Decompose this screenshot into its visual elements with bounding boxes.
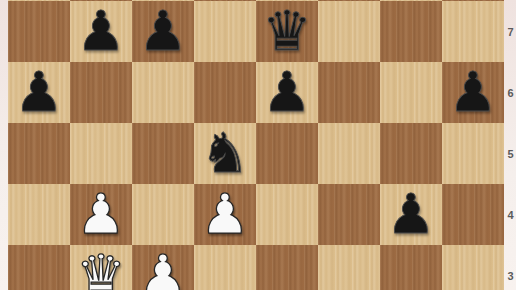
rank-label-3: 3	[505, 270, 516, 282]
square-c3[interactable]: ♟	[132, 245, 194, 290]
rank-label-7: 7	[505, 26, 516, 38]
square-d7[interactable]	[194, 1, 256, 62]
square-e5[interactable]	[256, 123, 318, 184]
black-pawn[interactable]: ♟	[380, 184, 442, 245]
square-b6[interactable]	[70, 62, 132, 123]
black-pawn[interactable]: ♟	[70, 1, 132, 62]
chess-board: ♟♟♛♟♟♟♞♟♟♟♛♟	[8, 0, 504, 290]
square-f5[interactable]	[318, 123, 380, 184]
square-b4[interactable]: ♟	[70, 184, 132, 245]
square-g4[interactable]: ♟	[380, 184, 442, 245]
square-d6[interactable]	[194, 62, 256, 123]
square-e4[interactable]	[256, 184, 318, 245]
square-c7[interactable]: ♟	[132, 1, 194, 62]
rank-label-4: 4	[505, 209, 516, 221]
square-c4[interactable]	[132, 184, 194, 245]
square-c5[interactable]	[132, 123, 194, 184]
black-pawn[interactable]: ♟	[8, 62, 70, 123]
square-e7[interactable]: ♛	[256, 1, 318, 62]
white-pawn[interactable]: ♟	[70, 184, 132, 245]
square-d3[interactable]	[194, 245, 256, 290]
square-c6[interactable]	[132, 62, 194, 123]
rank-label-6: 6	[505, 87, 516, 99]
square-e3[interactable]	[256, 245, 318, 290]
square-d4[interactable]: ♟	[194, 184, 256, 245]
square-h5[interactable]	[442, 123, 504, 184]
square-f7[interactable]	[318, 1, 380, 62]
square-g5[interactable]	[380, 123, 442, 184]
square-a7[interactable]	[8, 1, 70, 62]
square-a3[interactable]	[8, 245, 70, 290]
square-e6[interactable]: ♟	[256, 62, 318, 123]
square-a5[interactable]	[8, 123, 70, 184]
square-g6[interactable]	[380, 62, 442, 123]
black-pawn[interactable]: ♟	[132, 1, 194, 62]
rank-label-5: 5	[505, 148, 516, 160]
square-g3[interactable]	[380, 245, 442, 290]
square-h7[interactable]	[442, 1, 504, 62]
black-pawn[interactable]: ♟	[256, 62, 318, 123]
square-h3[interactable]	[442, 245, 504, 290]
chess-app-screen: ♟♟♛♟♟♟♞♟♟♟♛♟ 76543	[0, 0, 516, 290]
square-f6[interactable]	[318, 62, 380, 123]
square-b5[interactable]	[70, 123, 132, 184]
square-d5[interactable]: ♞	[194, 123, 256, 184]
square-a6[interactable]: ♟	[8, 62, 70, 123]
square-h6[interactable]: ♟	[442, 62, 504, 123]
black-queen[interactable]: ♛	[256, 1, 318, 62]
square-h4[interactable]	[442, 184, 504, 245]
black-pawn[interactable]: ♟	[442, 62, 504, 123]
square-b7[interactable]: ♟	[70, 1, 132, 62]
square-g7[interactable]	[380, 1, 442, 62]
square-b3[interactable]: ♛	[70, 245, 132, 290]
square-f4[interactable]	[318, 184, 380, 245]
white-pawn[interactable]: ♟	[132, 245, 194, 290]
white-pawn[interactable]: ♟	[194, 184, 256, 245]
square-f3[interactable]	[318, 245, 380, 290]
square-a4[interactable]	[8, 184, 70, 245]
black-knight[interactable]: ♞	[194, 123, 256, 184]
white-queen[interactable]: ♛	[70, 245, 132, 290]
